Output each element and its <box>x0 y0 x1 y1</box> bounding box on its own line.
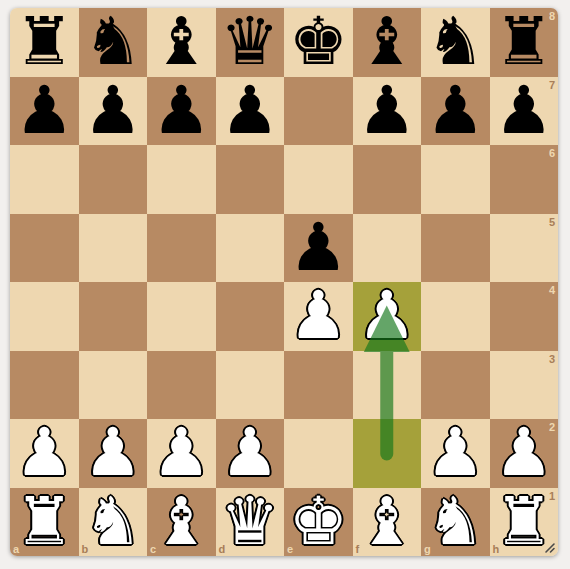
square-a8[interactable]: ♜ <box>10 8 79 77</box>
square-d8[interactable]: ♛ <box>216 8 285 77</box>
rank-label-7: 7 <box>549 79 555 91</box>
square-f3[interactable] <box>353 351 422 420</box>
rank-label-5: 5 <box>549 216 555 228</box>
square-h7[interactable]: ♟7 <box>490 77 559 146</box>
file-label-b: b <box>82 543 89 555</box>
piece-white-bishop[interactable]: ♝ <box>152 488 211 556</box>
square-g2[interactable]: ♟ <box>421 419 490 488</box>
square-f6[interactable] <box>353 145 422 214</box>
piece-black-knight[interactable]: ♞ <box>83 8 142 76</box>
square-d3[interactable] <box>216 351 285 420</box>
square-d1[interactable]: ♛d <box>216 488 285 557</box>
square-g7[interactable]: ♟ <box>421 77 490 146</box>
piece-white-pawn[interactable]: ♟ <box>15 419 74 487</box>
piece-black-pawn[interactable]: ♟ <box>426 77 485 145</box>
square-g5[interactable] <box>421 214 490 283</box>
square-c7[interactable]: ♟ <box>147 77 216 146</box>
piece-white-pawn[interactable]: ♟ <box>83 419 142 487</box>
rank-label-4: 4 <box>549 284 555 296</box>
piece-black-pawn[interactable]: ♟ <box>83 77 142 145</box>
file-label-h: h <box>493 543 500 555</box>
square-e5[interactable]: ♟ <box>284 214 353 283</box>
square-d7[interactable]: ♟ <box>216 77 285 146</box>
piece-white-pawn[interactable]: ♟ <box>152 419 211 487</box>
square-h2[interactable]: ♟2 <box>490 419 559 488</box>
rank-label-3: 3 <box>549 353 555 365</box>
rank-label-2: 2 <box>549 421 555 433</box>
piece-black-knight[interactable]: ♞ <box>426 8 485 76</box>
square-c5[interactable] <box>147 214 216 283</box>
board-grid: ♜♞♝♛♚♝♞♜8♟♟♟♟♟♟♟76♟5♟♟43♟♟♟♟♟♟2♜a♞b♝c♛d♚… <box>10 8 558 556</box>
square-b5[interactable] <box>79 214 148 283</box>
square-a6[interactable] <box>10 145 79 214</box>
piece-black-bishop[interactable]: ♝ <box>357 8 416 76</box>
piece-black-bishop[interactable]: ♝ <box>152 8 211 76</box>
rank-label-8: 8 <box>549 10 555 22</box>
square-d4[interactable] <box>216 282 285 351</box>
square-f2[interactable] <box>353 419 422 488</box>
piece-black-pawn[interactable]: ♟ <box>289 214 348 282</box>
square-a5[interactable] <box>10 214 79 283</box>
square-c1[interactable]: ♝c <box>147 488 216 557</box>
piece-white-knight[interactable]: ♞ <box>426 488 485 556</box>
chess-board: ♜♞♝♛♚♝♞♜8♟♟♟♟♟♟♟76♟5♟♟43♟♟♟♟♟♟2♜a♞b♝c♛d♚… <box>10 8 558 556</box>
square-f8[interactable]: ♝ <box>353 8 422 77</box>
piece-white-pawn[interactable]: ♟ <box>220 419 279 487</box>
square-e8[interactable]: ♚ <box>284 8 353 77</box>
rank-label-6: 6 <box>549 147 555 159</box>
square-g1[interactable]: ♞g <box>421 488 490 557</box>
square-f4[interactable]: ♟ <box>353 282 422 351</box>
piece-black-pawn[interactable]: ♟ <box>494 77 553 145</box>
square-d6[interactable] <box>216 145 285 214</box>
square-f1[interactable]: ♝f <box>353 488 422 557</box>
square-f5[interactable] <box>353 214 422 283</box>
file-label-d: d <box>219 543 226 555</box>
square-c8[interactable]: ♝ <box>147 8 216 77</box>
file-label-e: e <box>287 543 293 555</box>
piece-black-queen[interactable]: ♛ <box>220 8 279 76</box>
file-label-c: c <box>150 543 156 555</box>
square-b6[interactable] <box>79 145 148 214</box>
square-g4[interactable] <box>421 282 490 351</box>
piece-white-pawn[interactable]: ♟ <box>494 419 553 487</box>
square-d5[interactable] <box>216 214 285 283</box>
square-b4[interactable] <box>79 282 148 351</box>
piece-black-pawn[interactable]: ♟ <box>152 77 211 145</box>
square-b3[interactable] <box>79 351 148 420</box>
square-e7[interactable] <box>284 77 353 146</box>
square-g8[interactable]: ♞ <box>421 8 490 77</box>
square-h6[interactable]: 6 <box>490 145 559 214</box>
square-f7[interactable]: ♟ <box>353 77 422 146</box>
square-e6[interactable] <box>284 145 353 214</box>
piece-white-rook[interactable]: ♜ <box>15 488 74 556</box>
square-b7[interactable]: ♟ <box>79 77 148 146</box>
resize-handle[interactable] <box>542 540 556 554</box>
piece-white-pawn[interactable]: ♟ <box>357 282 416 350</box>
piece-black-pawn[interactable]: ♟ <box>15 77 74 145</box>
square-b1[interactable]: ♞b <box>79 488 148 557</box>
square-e4[interactable]: ♟ <box>284 282 353 351</box>
square-a4[interactable] <box>10 282 79 351</box>
square-h3[interactable]: 3 <box>490 351 559 420</box>
square-c6[interactable] <box>147 145 216 214</box>
square-b8[interactable]: ♞ <box>79 8 148 77</box>
piece-black-pawn[interactable]: ♟ <box>220 77 279 145</box>
piece-white-queen[interactable]: ♛ <box>220 488 279 556</box>
square-g3[interactable] <box>421 351 490 420</box>
piece-white-pawn[interactable]: ♟ <box>426 419 485 487</box>
square-e3[interactable] <box>284 351 353 420</box>
square-h8[interactable]: ♜8 <box>490 8 559 77</box>
square-e2[interactable] <box>284 419 353 488</box>
file-label-a: a <box>13 543 19 555</box>
piece-white-pawn[interactable]: ♟ <box>289 282 348 350</box>
piece-black-rook[interactable]: ♜ <box>494 8 553 76</box>
square-c3[interactable] <box>147 351 216 420</box>
square-e1[interactable]: ♚e <box>284 488 353 557</box>
rank-label-1: 1 <box>549 490 555 502</box>
square-a2[interactable]: ♟ <box>10 419 79 488</box>
square-d2[interactable]: ♟ <box>216 419 285 488</box>
square-b2[interactable]: ♟ <box>79 419 148 488</box>
file-label-g: g <box>424 543 431 555</box>
file-label-f: f <box>356 543 360 555</box>
piece-black-rook[interactable]: ♜ <box>15 8 74 76</box>
piece-black-pawn[interactable]: ♟ <box>357 77 416 145</box>
square-h4[interactable]: 4 <box>490 282 559 351</box>
square-g6[interactable] <box>421 145 490 214</box>
piece-white-knight[interactable]: ♞ <box>83 488 142 556</box>
square-c4[interactable] <box>147 282 216 351</box>
square-c2[interactable]: ♟ <box>147 419 216 488</box>
piece-white-king[interactable]: ♚ <box>289 488 348 556</box>
piece-black-king[interactable]: ♚ <box>289 8 348 76</box>
square-a7[interactable]: ♟ <box>10 77 79 146</box>
piece-white-bishop[interactable]: ♝ <box>357 488 416 556</box>
square-a1[interactable]: ♜a <box>10 488 79 557</box>
square-a3[interactable] <box>10 351 79 420</box>
square-h5[interactable]: 5 <box>490 214 559 283</box>
